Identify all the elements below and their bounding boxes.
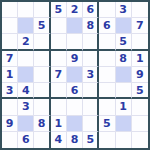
cell-r3c3[interactable] [34, 34, 50, 50]
cell-r9c9[interactable] [132, 132, 148, 148]
cell-r6c3[interactable] [34, 83, 50, 99]
cell-r9c6[interactable]: 5 [83, 132, 99, 148]
cell-r9c8[interactable] [116, 132, 132, 148]
cell-r4c6[interactable] [83, 51, 99, 67]
cell-r7c5[interactable] [67, 99, 83, 115]
cell-r7c3[interactable] [34, 99, 50, 115]
cell-r3c6[interactable] [83, 34, 99, 50]
cell-r1c9[interactable] [132, 2, 148, 18]
cell-r7c6[interactable] [83, 99, 99, 115]
sudoku-board: 52635867257981173934653198156485 [0, 0, 150, 150]
cell-r5c6[interactable]: 3 [83, 67, 99, 83]
cell-r7c2[interactable]: 3 [18, 99, 34, 115]
cell-r8c4[interactable]: 1 [51, 116, 67, 132]
cell-r2c6[interactable]: 8 [83, 18, 99, 34]
cell-r1c4[interactable]: 5 [51, 2, 67, 18]
cell-r2c1[interactable] [2, 18, 18, 34]
cell-r5c4[interactable]: 7 [51, 67, 67, 83]
cell-r3c2[interactable]: 2 [18, 34, 34, 50]
cell-r3c9[interactable] [132, 34, 148, 50]
cell-r8c9[interactable] [132, 116, 148, 132]
cell-r4c7[interactable] [99, 51, 115, 67]
cell-r8c1[interactable]: 9 [2, 116, 18, 132]
cell-r3c1[interactable] [2, 34, 18, 50]
cell-r2c4[interactable] [51, 18, 67, 34]
cell-r2c5[interactable] [67, 18, 83, 34]
cell-r1c7[interactable] [99, 2, 115, 18]
cell-r2c9[interactable]: 7 [132, 18, 148, 34]
cell-r6c1[interactable]: 3 [2, 83, 18, 99]
cell-r5c5[interactable] [67, 67, 83, 83]
cell-r4c5[interactable]: 9 [67, 51, 83, 67]
cell-r2c2[interactable] [18, 18, 34, 34]
cell-r5c1[interactable]: 1 [2, 67, 18, 83]
cell-r6c7[interactable] [99, 83, 115, 99]
cell-r6c5[interactable]: 6 [67, 83, 83, 99]
cell-r9c7[interactable] [99, 132, 115, 148]
cell-r9c3[interactable] [34, 132, 50, 148]
cell-r7c9[interactable] [132, 99, 148, 115]
cell-r5c8[interactable] [116, 67, 132, 83]
cell-r4c3[interactable] [34, 51, 50, 67]
cell-r1c5[interactable]: 2 [67, 2, 83, 18]
cell-r1c6[interactable]: 6 [83, 2, 99, 18]
cell-r7c8[interactable]: 1 [116, 99, 132, 115]
cell-r9c4[interactable]: 4 [51, 132, 67, 148]
cell-r8c8[interactable] [116, 116, 132, 132]
cell-r3c8[interactable]: 5 [116, 34, 132, 50]
cell-r6c6[interactable] [83, 83, 99, 99]
cell-r7c7[interactable] [99, 99, 115, 115]
cell-r6c9[interactable]: 5 [132, 83, 148, 99]
cell-r1c8[interactable]: 3 [116, 2, 132, 18]
cell-r4c2[interactable] [18, 51, 34, 67]
cell-r5c7[interactable] [99, 67, 115, 83]
cell-r4c8[interactable]: 8 [116, 51, 132, 67]
cell-r7c1[interactable] [2, 99, 18, 115]
cell-r9c1[interactable] [2, 132, 18, 148]
cell-r8c2[interactable] [18, 116, 34, 132]
cell-r4c9[interactable]: 1 [132, 51, 148, 67]
cell-r6c2[interactable]: 4 [18, 83, 34, 99]
cell-r5c3[interactable] [34, 67, 50, 83]
cell-r5c2[interactable] [18, 67, 34, 83]
cell-r1c1[interactable] [2, 2, 18, 18]
cell-r8c7[interactable]: 5 [99, 116, 115, 132]
cell-r7c4[interactable] [51, 99, 67, 115]
cell-r2c8[interactable] [116, 18, 132, 34]
cell-r6c4[interactable] [51, 83, 67, 99]
cell-r3c7[interactable] [99, 34, 115, 50]
cell-r5c9[interactable]: 9 [132, 67, 148, 83]
cell-r3c4[interactable] [51, 34, 67, 50]
cell-r9c5[interactable]: 8 [67, 132, 83, 148]
cell-r8c3[interactable]: 8 [34, 116, 50, 132]
cell-r6c8[interactable] [116, 83, 132, 99]
cell-r2c7[interactable]: 6 [99, 18, 115, 34]
cell-r8c6[interactable] [83, 116, 99, 132]
cell-r1c3[interactable] [34, 2, 50, 18]
cell-r1c2[interactable] [18, 2, 34, 18]
cell-r3c5[interactable] [67, 34, 83, 50]
cell-r8c5[interactable] [67, 116, 83, 132]
cell-r9c2[interactable]: 6 [18, 132, 34, 148]
cell-r2c3[interactable]: 5 [34, 18, 50, 34]
cell-r4c4[interactable] [51, 51, 67, 67]
cell-r4c1[interactable]: 7 [2, 51, 18, 67]
